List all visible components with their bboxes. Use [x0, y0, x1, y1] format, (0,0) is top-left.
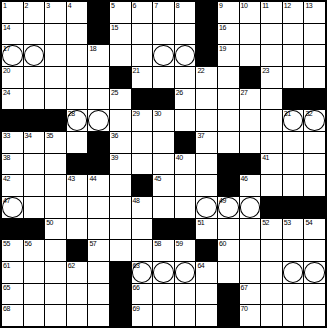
- cell[interactable]: [218, 110, 239, 131]
- cell[interactable]: [153, 154, 174, 175]
- cell[interactable]: [45, 175, 66, 196]
- cell[interactable]: 14: [2, 24, 23, 45]
- cell[interactable]: 51: [196, 219, 217, 240]
- clue-number: 19: [219, 45, 226, 53]
- clue-number: 33: [3, 132, 10, 140]
- clue-number: 7: [154, 2, 157, 10]
- cell[interactable]: 36: [110, 132, 131, 153]
- block-cell: [88, 2, 109, 23]
- clue-number: 34: [25, 132, 32, 140]
- cell[interactable]: [175, 197, 196, 218]
- cell[interactable]: [67, 45, 88, 66]
- block-cell: [175, 132, 196, 153]
- block-cell: [88, 132, 109, 153]
- clue-number: 15: [111, 24, 118, 32]
- clue-number: 58: [154, 240, 161, 248]
- cell[interactable]: [45, 262, 66, 283]
- cell[interactable]: [261, 110, 282, 131]
- cell[interactable]: [175, 110, 196, 131]
- cell[interactable]: 50: [45, 219, 66, 240]
- clue-number: 9: [219, 2, 222, 10]
- cell[interactable]: [240, 132, 261, 153]
- clue-number: 59: [176, 240, 183, 248]
- cell[interactable]: [24, 45, 45, 66]
- cell[interactable]: 44: [88, 175, 109, 196]
- cell[interactable]: [175, 24, 196, 45]
- cell[interactable]: [45, 24, 66, 45]
- cell[interactable]: [110, 45, 131, 66]
- cell[interactable]: 52: [261, 219, 282, 240]
- block-cell: [24, 219, 45, 240]
- cell[interactable]: [110, 240, 131, 261]
- cell[interactable]: 19: [218, 45, 239, 66]
- cell[interactable]: [24, 262, 45, 283]
- clue-number: 27: [241, 89, 248, 97]
- cell[interactable]: 56: [24, 240, 45, 261]
- cell[interactable]: 49: [218, 197, 239, 218]
- cell[interactable]: 62: [67, 262, 88, 283]
- cell[interactable]: 68: [2, 305, 23, 326]
- block-cell: [45, 110, 66, 131]
- cell[interactable]: [24, 175, 45, 196]
- cell[interactable]: [110, 219, 131, 240]
- cell[interactable]: [196, 175, 217, 196]
- clue-number: 44: [89, 175, 96, 183]
- cell[interactable]: 31: [283, 110, 304, 131]
- cell[interactable]: 61: [2, 262, 23, 283]
- clue-number: 52: [262, 219, 269, 227]
- circle-marker: [283, 262, 304, 283]
- cell[interactable]: 7: [153, 2, 174, 23]
- cell[interactable]: [304, 175, 325, 196]
- clue-number: 48: [133, 197, 140, 205]
- cell[interactable]: 41: [261, 154, 282, 175]
- cell[interactable]: [67, 305, 88, 326]
- cell[interactable]: [304, 240, 325, 261]
- cell[interactable]: 1: [2, 2, 23, 23]
- block-cell: [110, 67, 131, 88]
- clue-number: 32: [305, 110, 312, 118]
- clue-number: 18: [89, 45, 96, 53]
- cell[interactable]: [24, 284, 45, 305]
- cell[interactable]: [261, 305, 282, 326]
- cell[interactable]: [67, 219, 88, 240]
- cell[interactable]: [24, 67, 45, 88]
- block-cell: [88, 24, 109, 45]
- cell[interactable]: [283, 262, 304, 283]
- cell[interactable]: [132, 24, 153, 45]
- cell[interactable]: [88, 110, 109, 131]
- clue-number: 24: [3, 89, 10, 97]
- cell[interactable]: 2: [24, 2, 45, 23]
- clue-number: 13: [305, 2, 312, 10]
- circle-marker: [304, 262, 325, 283]
- cell[interactable]: [175, 305, 196, 326]
- cell[interactable]: [88, 305, 109, 326]
- clue-number: 43: [68, 175, 75, 183]
- cell[interactable]: [132, 154, 153, 175]
- cell[interactable]: [283, 132, 304, 153]
- cell[interactable]: [67, 197, 88, 218]
- block-cell: [196, 2, 217, 23]
- block-cell: [196, 24, 217, 45]
- circle-marker: [153, 262, 174, 283]
- cell[interactable]: [88, 219, 109, 240]
- cell[interactable]: [24, 197, 45, 218]
- cell[interactable]: [304, 132, 325, 153]
- cell[interactable]: 6: [132, 2, 153, 23]
- cell[interactable]: [218, 67, 239, 88]
- cell[interactable]: [175, 262, 196, 283]
- cell[interactable]: [110, 197, 131, 218]
- block-cell: [283, 89, 304, 110]
- cell[interactable]: [88, 67, 109, 88]
- cell[interactable]: 10: [240, 2, 261, 23]
- clue-number: 14: [3, 24, 10, 32]
- cell[interactable]: [88, 284, 109, 305]
- clue-number: 60: [219, 240, 226, 248]
- clue-number: 20: [3, 67, 10, 75]
- cell[interactable]: [88, 197, 109, 218]
- cell[interactable]: [67, 24, 88, 45]
- cell[interactable]: [45, 89, 66, 110]
- cell[interactable]: [110, 110, 131, 131]
- cell[interactable]: [218, 219, 239, 240]
- cell[interactable]: 15: [110, 24, 131, 45]
- block-cell: [196, 240, 217, 261]
- cell[interactable]: 28: [67, 110, 88, 131]
- cell[interactable]: [153, 284, 174, 305]
- block-cell: [283, 197, 304, 218]
- cell[interactable]: [67, 132, 88, 153]
- cell[interactable]: 55: [2, 240, 23, 261]
- cell[interactable]: [283, 154, 304, 175]
- clue-number: 38: [3, 154, 10, 162]
- block-cell: [110, 284, 131, 305]
- cell[interactable]: [261, 132, 282, 153]
- cell[interactable]: [196, 305, 217, 326]
- cell[interactable]: 35: [45, 132, 66, 153]
- cell[interactable]: [283, 24, 304, 45]
- clue-number: 21: [133, 67, 140, 75]
- cell[interactable]: 48: [132, 197, 153, 218]
- cell[interactable]: [110, 175, 131, 196]
- clue-number: 4: [68, 2, 71, 10]
- cell[interactable]: 3: [45, 2, 66, 23]
- cell[interactable]: [175, 45, 196, 66]
- clue-number: 23: [262, 67, 269, 75]
- clue-number: 64: [197, 262, 204, 270]
- cell[interactable]: [132, 132, 153, 153]
- cell[interactable]: [24, 89, 45, 110]
- circle-marker: [24, 45, 45, 66]
- cell[interactable]: [283, 240, 304, 261]
- cell[interactable]: 34: [24, 132, 45, 153]
- clue-number: 8: [176, 2, 179, 10]
- clue-number: 26: [176, 89, 183, 97]
- cell[interactable]: 21: [132, 67, 153, 88]
- cell[interactable]: 43: [67, 175, 88, 196]
- clue-number: 47: [3, 197, 10, 205]
- clue-number: 62: [68, 262, 75, 270]
- cell[interactable]: [45, 67, 66, 88]
- cell[interactable]: [304, 45, 325, 66]
- cell[interactable]: 45: [153, 175, 174, 196]
- cell[interactable]: 24: [2, 89, 23, 110]
- crossword-grid: 1234567891011121314151617181920212223242…: [0, 0, 327, 328]
- cell[interactable]: 16: [218, 24, 239, 45]
- cell[interactable]: 70: [240, 305, 261, 326]
- cell[interactable]: [196, 154, 217, 175]
- cell[interactable]: 58: [153, 240, 174, 261]
- cell[interactable]: [261, 24, 282, 45]
- cell[interactable]: [240, 24, 261, 45]
- cell[interactable]: [153, 67, 174, 88]
- block-cell: [67, 154, 88, 175]
- cell[interactable]: [304, 305, 325, 326]
- cell[interactable]: [196, 197, 217, 218]
- clue-number: 11: [262, 2, 268, 10]
- cell[interactable]: [67, 67, 88, 88]
- clue-number: 66: [133, 284, 140, 292]
- cell[interactable]: 46: [240, 175, 261, 196]
- cell[interactable]: [261, 175, 282, 196]
- cell[interactable]: [132, 240, 153, 261]
- circle-marker: [240, 197, 261, 218]
- cell[interactable]: 22: [196, 67, 217, 88]
- clue-number: 29: [133, 110, 140, 118]
- clue-number: 54: [305, 219, 312, 227]
- cell[interactable]: [240, 45, 261, 66]
- clue-number: 41: [262, 154, 269, 162]
- cell[interactable]: [67, 89, 88, 110]
- cell[interactable]: 38: [2, 154, 23, 175]
- cell[interactable]: [153, 132, 174, 153]
- cell[interactable]: [283, 45, 304, 66]
- cell[interactable]: 25: [110, 89, 131, 110]
- cell[interactable]: [240, 240, 261, 261]
- clue-number: 68: [3, 305, 10, 313]
- cell[interactable]: [45, 305, 66, 326]
- cell[interactable]: [88, 89, 109, 110]
- cell[interactable]: [153, 197, 174, 218]
- clue-number: 31: [284, 110, 291, 118]
- block-cell: [132, 175, 153, 196]
- clue-number: 16: [219, 24, 226, 32]
- circle-marker: [175, 45, 196, 66]
- cell[interactable]: [283, 284, 304, 305]
- cell[interactable]: 18: [88, 45, 109, 66]
- cell[interactable]: [218, 262, 239, 283]
- cell[interactable]: [240, 110, 261, 131]
- clue-number: 40: [176, 154, 183, 162]
- cell[interactable]: [283, 175, 304, 196]
- cell[interactable]: 65: [2, 284, 23, 305]
- circle-marker: [196, 197, 217, 218]
- clue-number: 22: [197, 67, 204, 75]
- cell[interactable]: [45, 45, 66, 66]
- cell[interactable]: [304, 262, 325, 283]
- cell[interactable]: 59: [175, 240, 196, 261]
- cell[interactable]: 63: [132, 262, 153, 283]
- cell[interactable]: 26: [175, 89, 196, 110]
- block-cell: [261, 197, 282, 218]
- cell[interactable]: 53: [283, 219, 304, 240]
- clue-number: 69: [133, 305, 140, 313]
- clue-number: 57: [89, 240, 96, 248]
- cell[interactable]: [196, 110, 217, 131]
- block-cell: [88, 154, 109, 175]
- cell[interactable]: [261, 45, 282, 66]
- cell[interactable]: [218, 132, 239, 153]
- cell[interactable]: [153, 24, 174, 45]
- clue-number: 70: [241, 305, 248, 313]
- block-cell: [218, 154, 239, 175]
- cell[interactable]: [67, 284, 88, 305]
- cell[interactable]: [88, 262, 109, 283]
- block-cell: [24, 110, 45, 131]
- clue-number: 51: [197, 219, 204, 227]
- block-cell: [304, 89, 325, 110]
- cell[interactable]: 67: [240, 284, 261, 305]
- clue-number: 25: [111, 89, 118, 97]
- cell[interactable]: 64: [196, 262, 217, 283]
- block-cell: [2, 219, 23, 240]
- cell[interactable]: 69: [132, 305, 153, 326]
- clue-number: 6: [133, 2, 136, 10]
- block-cell: [132, 89, 153, 110]
- cell[interactable]: [196, 89, 217, 110]
- cell[interactable]: [24, 24, 45, 45]
- clue-number: 61: [3, 262, 10, 270]
- cell[interactable]: [45, 240, 66, 261]
- clue-number: 55: [3, 240, 10, 248]
- circle-marker: [175, 262, 196, 283]
- block-cell: [218, 305, 239, 326]
- cell[interactable]: 33: [2, 132, 23, 153]
- cell[interactable]: 17: [2, 45, 23, 66]
- block-cell: [218, 175, 239, 196]
- cell[interactable]: 4: [67, 2, 88, 23]
- cell[interactable]: 32: [304, 110, 325, 131]
- cell[interactable]: 47: [2, 197, 23, 218]
- cell[interactable]: [196, 284, 217, 305]
- cell[interactable]: [175, 67, 196, 88]
- cell[interactable]: 37: [196, 132, 217, 153]
- cell[interactable]: [153, 305, 174, 326]
- clue-number: 50: [46, 219, 53, 227]
- cell[interactable]: [240, 219, 261, 240]
- cell[interactable]: [283, 67, 304, 88]
- cell[interactable]: [261, 240, 282, 261]
- cell[interactable]: [175, 175, 196, 196]
- cell[interactable]: 60: [218, 240, 239, 261]
- block-cell: [110, 262, 131, 283]
- cell[interactable]: 42: [2, 175, 23, 196]
- block-cell: [67, 240, 88, 261]
- cell[interactable]: [45, 197, 66, 218]
- cell[interactable]: [261, 89, 282, 110]
- block-cell: [196, 45, 217, 66]
- cell[interactable]: [218, 89, 239, 110]
- clue-number: 12: [284, 2, 291, 10]
- cell[interactable]: 30: [153, 110, 174, 131]
- cell[interactable]: [153, 45, 174, 66]
- cell[interactable]: [304, 284, 325, 305]
- cell[interactable]: 29: [132, 110, 153, 131]
- cell[interactable]: 8: [175, 2, 196, 23]
- block-cell: [153, 89, 174, 110]
- block-cell: [240, 154, 261, 175]
- cell[interactable]: [304, 24, 325, 45]
- cell[interactable]: 9: [218, 2, 239, 23]
- clue-number: 5: [111, 2, 114, 10]
- cell[interactable]: 54: [304, 219, 325, 240]
- circle-marker: [153, 45, 174, 66]
- block-cell: [110, 305, 131, 326]
- cell[interactable]: [153, 262, 174, 283]
- block-cell: [175, 219, 196, 240]
- cell[interactable]: [261, 284, 282, 305]
- clue-number: 67: [241, 284, 248, 292]
- clue-number: 10: [241, 2, 248, 10]
- cell[interactable]: [45, 284, 66, 305]
- cell[interactable]: [261, 262, 282, 283]
- cell[interactable]: [304, 154, 325, 175]
- cell[interactable]: [45, 154, 66, 175]
- cell[interactable]: 5: [110, 2, 131, 23]
- cell[interactable]: [240, 262, 261, 283]
- cell[interactable]: [283, 305, 304, 326]
- cell[interactable]: [175, 284, 196, 305]
- block-cell: [218, 284, 239, 305]
- clue-number: 36: [111, 132, 118, 140]
- cell[interactable]: [304, 67, 325, 88]
- cell[interactable]: 23: [261, 67, 282, 88]
- clue-number: 30: [154, 110, 161, 118]
- clue-number: 45: [154, 175, 161, 183]
- cell[interactable]: 40: [175, 154, 196, 175]
- clue-number: 39: [111, 154, 118, 162]
- cell[interactable]: 11: [261, 2, 282, 23]
- block-cell: [240, 67, 261, 88]
- cell[interactable]: [240, 197, 261, 218]
- clue-number: 1: [3, 2, 6, 10]
- cell[interactable]: [132, 45, 153, 66]
- block-cell: [304, 197, 325, 218]
- block-cell: [153, 219, 174, 240]
- clue-number: 46: [241, 175, 248, 183]
- block-cell: [2, 110, 23, 131]
- cell[interactable]: 39: [110, 154, 131, 175]
- clue-number: 65: [3, 284, 10, 292]
- clue-number: 3: [46, 2, 49, 10]
- clue-number: 28: [68, 110, 75, 118]
- cell[interactable]: 66: [132, 284, 153, 305]
- clue-number: 42: [3, 175, 10, 183]
- cell[interactable]: 20: [2, 67, 23, 88]
- cell[interactable]: 13: [304, 2, 325, 23]
- cell[interactable]: 12: [283, 2, 304, 23]
- cell[interactable]: [24, 154, 45, 175]
- clue-number: 2: [25, 2, 28, 10]
- clue-number: 35: [46, 132, 53, 140]
- cell[interactable]: 57: [88, 240, 109, 261]
- cell[interactable]: 27: [240, 89, 261, 110]
- cell[interactable]: [132, 219, 153, 240]
- crossword-puzzle: 1234567891011121314151617181920212223242…: [0, 0, 327, 328]
- cell[interactable]: [24, 305, 45, 326]
